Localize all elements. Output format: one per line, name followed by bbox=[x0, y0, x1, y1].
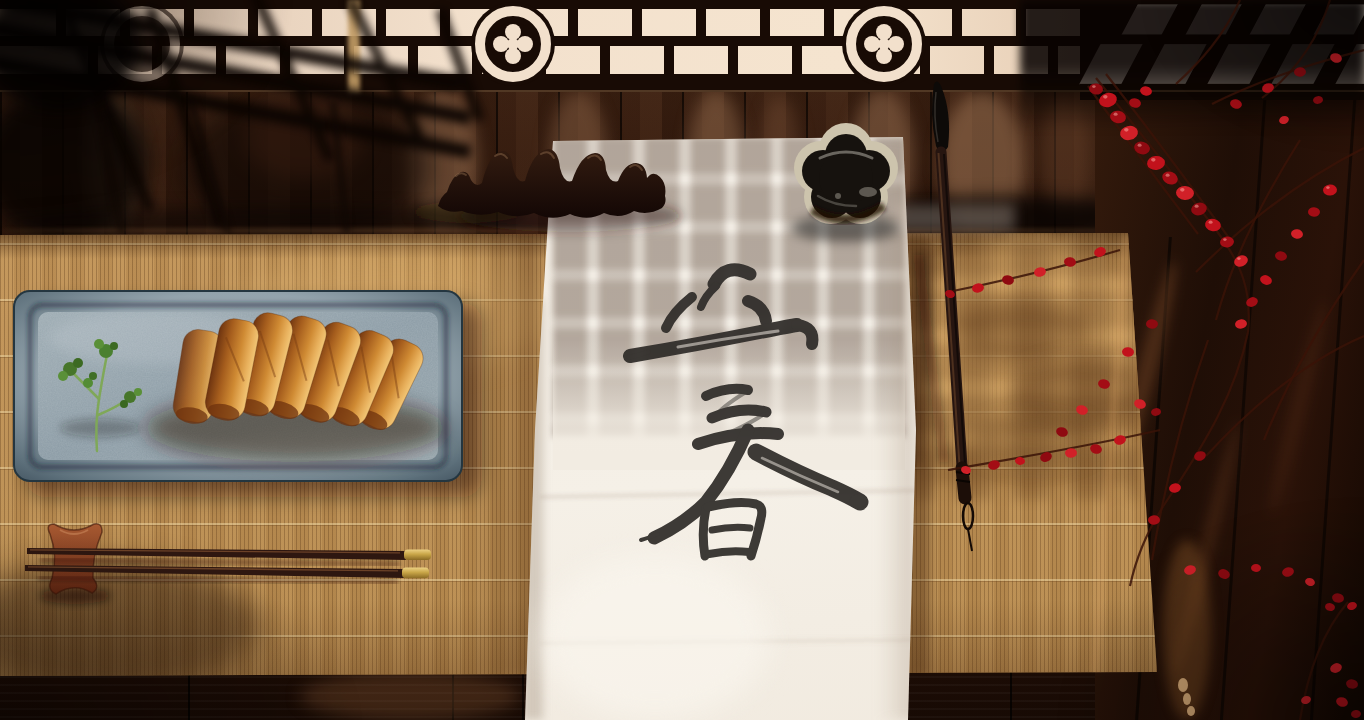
berry bbox=[1261, 82, 1275, 95]
berry-highlight bbox=[1209, 221, 1213, 224]
berry bbox=[1278, 115, 1290, 126]
ink-dish bbox=[791, 123, 901, 241]
berry bbox=[1335, 696, 1349, 709]
berry-highlight bbox=[1223, 238, 1227, 241]
berry-highlight bbox=[1237, 257, 1241, 260]
berry bbox=[1097, 378, 1111, 390]
brush-loop-cord bbox=[963, 503, 973, 529]
calligraphy-character-chun bbox=[641, 389, 869, 556]
berry bbox=[1351, 710, 1362, 719]
berry-stem bbox=[948, 430, 1160, 470]
berry bbox=[1229, 98, 1243, 110]
calligraphy bbox=[629, 270, 869, 556]
brush-rest bbox=[412, 149, 682, 232]
berry-stem bbox=[1176, 0, 1240, 84]
berry-stem bbox=[1106, 74, 1232, 242]
berry bbox=[1251, 564, 1261, 572]
calligraphy-character-li bbox=[629, 270, 812, 357]
berry bbox=[1122, 347, 1135, 357]
ink-reflection bbox=[835, 193, 841, 199]
objects-overlay bbox=[0, 0, 1364, 720]
calligraphy-brush bbox=[918, 81, 973, 551]
berry bbox=[1259, 273, 1274, 286]
berry bbox=[1168, 482, 1182, 494]
berry bbox=[1183, 564, 1197, 576]
ink-reflection bbox=[859, 187, 877, 197]
berry bbox=[1304, 577, 1316, 587]
berry bbox=[1323, 184, 1338, 196]
berry-stem bbox=[1264, 260, 1364, 440]
berry-highlight bbox=[1195, 205, 1199, 208]
berry-stem bbox=[1130, 332, 1248, 586]
berry bbox=[1329, 52, 1343, 65]
berry bbox=[1294, 67, 1306, 77]
berry-highlight bbox=[1180, 188, 1185, 192]
berry bbox=[1151, 408, 1162, 417]
brush-shadow bbox=[918, 255, 944, 462]
berry-highlight bbox=[1092, 85, 1096, 88]
berry bbox=[1331, 592, 1345, 603]
berry bbox=[1160, 169, 1180, 187]
berry bbox=[1234, 318, 1247, 329]
berry bbox=[1033, 266, 1047, 278]
berry bbox=[1193, 450, 1207, 463]
berry bbox=[1075, 404, 1089, 416]
brush-rest-body bbox=[438, 149, 666, 218]
berry bbox=[1291, 229, 1304, 240]
berry bbox=[1113, 434, 1127, 446]
berry-highlight bbox=[1326, 186, 1330, 189]
berry bbox=[1133, 398, 1147, 411]
parsley-shadow bbox=[60, 419, 140, 437]
berry-highlight bbox=[1114, 113, 1118, 116]
berry bbox=[1281, 566, 1295, 578]
chopstick-brass-cap bbox=[404, 550, 431, 561]
berry-highlight bbox=[1138, 144, 1142, 147]
chopstick-brass-cap bbox=[402, 568, 429, 579]
brush-loop-cord bbox=[968, 529, 972, 551]
berry-stem bbox=[1262, 0, 1330, 98]
light-band bbox=[895, 205, 1015, 231]
berry bbox=[1329, 661, 1344, 674]
berry-highlight bbox=[1124, 128, 1129, 132]
berry bbox=[1300, 695, 1312, 706]
berry bbox=[1274, 250, 1288, 262]
berry-branches bbox=[944, 0, 1364, 720]
berry-stem bbox=[1206, 336, 1364, 456]
chopstick-rest bbox=[39, 524, 111, 604]
berry bbox=[1001, 274, 1015, 286]
plank-knots bbox=[1178, 678, 1195, 716]
berry bbox=[1345, 678, 1359, 689]
berry-highlight bbox=[1166, 174, 1170, 177]
berry bbox=[1139, 85, 1153, 97]
berry bbox=[1217, 567, 1232, 580]
berry bbox=[1055, 426, 1069, 439]
berry-stem bbox=[1088, 86, 1198, 234]
chopstick-rest-shadow bbox=[39, 588, 111, 604]
brush-handle bbox=[941, 152, 962, 466]
berry bbox=[1324, 602, 1335, 612]
berry bbox=[1308, 207, 1320, 217]
berry-stem bbox=[1216, 140, 1300, 320]
scene: 立春 bbox=[0, 0, 1364, 720]
berry bbox=[1313, 96, 1324, 105]
berry-highlight bbox=[1103, 95, 1108, 99]
berry-highlight bbox=[1151, 158, 1156, 162]
berry bbox=[1204, 217, 1222, 233]
berry bbox=[1146, 319, 1158, 329]
